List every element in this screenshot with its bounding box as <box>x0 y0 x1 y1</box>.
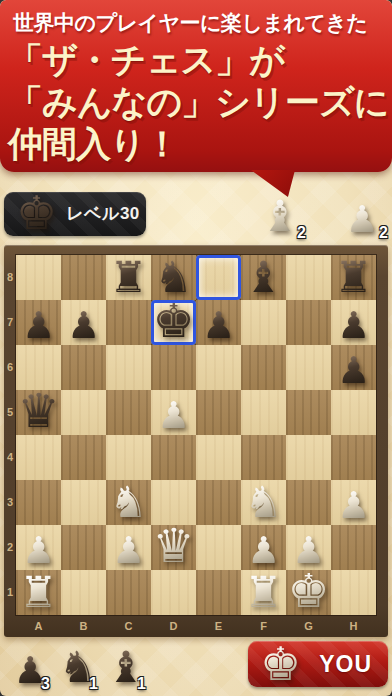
file-label-e: E <box>196 616 241 636</box>
square-b5[interactable] <box>61 390 106 435</box>
square-h4[interactable] <box>331 435 376 480</box>
banner-subtitle: 世界中のプレイヤーに楽しまれてきた <box>13 9 367 37</box>
square-a1[interactable]: ♜ <box>16 570 61 615</box>
square-b8[interactable] <box>61 255 106 300</box>
file-label-d: D <box>151 616 196 636</box>
square-g4[interactable] <box>286 435 331 480</box>
white-pawn-icon: ♟ <box>345 201 378 238</box>
captured-black-pawn: ♟3 <box>8 643 52 691</box>
captured-count: 3 <box>41 675 50 693</box>
square-g7[interactable] <box>286 300 331 345</box>
rank-label-3: 3 <box>4 480 16 525</box>
rank-label-4: 4 <box>4 435 16 480</box>
square-h3[interactable]: ♟ <box>331 480 376 525</box>
square-g1[interactable]: ♚ <box>286 570 331 615</box>
file-label-f: F <box>241 616 286 636</box>
square-b4[interactable] <box>61 435 106 480</box>
captured-count: 2 <box>297 224 306 242</box>
white-bishop-icon: ♝ <box>261 195 300 238</box>
black-rook: ♜ <box>109 256 148 299</box>
white-rook: ♜ <box>244 571 283 614</box>
captured-count: 1 <box>137 675 146 693</box>
player-badge: ♚ YOU <box>248 641 388 687</box>
square-e1[interactable] <box>196 570 241 615</box>
square-f1[interactable]: ♜ <box>241 570 286 615</box>
rank-label-6: 6 <box>4 345 16 390</box>
black-pawn: ♟ <box>22 307 55 344</box>
opponent-level-badge: ♚ レベル30 <box>4 192 146 236</box>
square-b2[interactable] <box>61 525 106 570</box>
square-b7[interactable]: ♟ <box>61 300 106 345</box>
square-f6[interactable] <box>241 345 286 390</box>
captured-white-bishop: ♝2 <box>252 184 308 240</box>
black-pawn: ♟ <box>337 307 370 344</box>
white-rook: ♜ <box>19 571 58 614</box>
square-c5[interactable] <box>106 390 151 435</box>
black-bishop: ♝ <box>244 256 283 299</box>
promo-banner: 世界中のプレイヤーに楽しまれてきた 「ザ・チェス」が 「みんなの」シリーズに 仲… <box>0 0 392 172</box>
white-king-icon: ♚ <box>260 641 301 687</box>
square-a8[interactable] <box>16 255 61 300</box>
square-h1[interactable] <box>331 570 376 615</box>
white-pawn: ♟ <box>112 532 145 569</box>
white-pawn: ♟ <box>247 532 280 569</box>
player-label: YOU <box>319 641 372 687</box>
captured-white-pieces-tray: ♝2♟2 <box>252 184 390 240</box>
white-queen: ♛ <box>152 522 194 569</box>
black-queen: ♛ <box>17 387 59 434</box>
chess-board: 87654321 ABCDEFGH ♜♞♝♜♟♟♚♟♟♟♛♟♞♞♟♟♟♛♟♟♜♜… <box>4 245 388 637</box>
captured-count: 2 <box>379 224 388 242</box>
opponent-level-label: レベル30 <box>66 192 140 236</box>
black-pawn: ♟ <box>67 307 100 344</box>
captured-black-pieces-tray: ♟3♞1♝1 <box>8 643 148 691</box>
square-h6[interactable]: ♟ <box>331 345 376 390</box>
banner-title-line3: 仲間入り！ <box>8 121 179 168</box>
square-f4[interactable] <box>241 435 286 480</box>
square-c6[interactable] <box>106 345 151 390</box>
square-d1[interactable] <box>151 570 196 615</box>
file-label-h: H <box>331 616 376 636</box>
white-pawn: ♟ <box>337 487 370 524</box>
square-d2[interactable]: ♛ <box>151 525 196 570</box>
white-knight: ♞ <box>244 481 283 524</box>
square-b1[interactable] <box>61 570 106 615</box>
square-f7[interactable] <box>241 300 286 345</box>
square-c2[interactable]: ♟ <box>106 525 151 570</box>
square-e6[interactable] <box>196 345 241 390</box>
black-king-icon: ♚ <box>16 190 57 236</box>
square-b3[interactable] <box>61 480 106 525</box>
square-e5[interactable] <box>196 390 241 435</box>
black-king: ♚ <box>152 297 194 344</box>
square-d5[interactable]: ♟ <box>151 390 196 435</box>
square-g8[interactable] <box>286 255 331 300</box>
square-f2[interactable]: ♟ <box>241 525 286 570</box>
square-e7[interactable]: ♟ <box>196 300 241 345</box>
square-h5[interactable] <box>331 390 376 435</box>
square-a4[interactable] <box>16 435 61 480</box>
white-knight: ♞ <box>109 481 148 524</box>
rank-label-8: 8 <box>4 255 16 300</box>
black-rook: ♜ <box>334 256 373 299</box>
rank-label-1: 1 <box>4 570 16 615</box>
black-pawn: ♟ <box>202 307 235 344</box>
captured-white-pawn: ♟2 <box>334 184 390 240</box>
square-d7[interactable]: ♚ <box>151 300 196 345</box>
square-f8[interactable]: ♝ <box>241 255 286 300</box>
white-pawn: ♟ <box>22 532 55 569</box>
square-h2[interactable] <box>331 525 376 570</box>
file-label-g: G <box>286 616 331 636</box>
square-g5[interactable] <box>286 390 331 435</box>
white-king: ♚ <box>287 567 329 614</box>
square-g6[interactable] <box>286 345 331 390</box>
square-g3[interactable] <box>286 480 331 525</box>
square-d4[interactable] <box>151 435 196 480</box>
square-e3[interactable] <box>196 480 241 525</box>
square-h8[interactable]: ♜ <box>331 255 376 300</box>
file-label-a: A <box>16 616 61 636</box>
square-a7[interactable]: ♟ <box>16 300 61 345</box>
banner-title-line2: 「みんなの」シリーズに <box>8 79 389 126</box>
square-h7[interactable]: ♟ <box>331 300 376 345</box>
square-d6[interactable] <box>151 345 196 390</box>
square-e8[interactable] <box>196 255 241 300</box>
square-c3[interactable]: ♞ <box>106 480 151 525</box>
square-e2[interactable] <box>196 525 241 570</box>
rank-label-2: 2 <box>4 525 16 570</box>
square-c4[interactable] <box>106 435 151 480</box>
square-a3[interactable] <box>16 480 61 525</box>
banner-title-line1: 「ザ・チェス」が <box>8 37 284 84</box>
file-label-c: C <box>106 616 151 636</box>
square-a2[interactable]: ♟ <box>16 525 61 570</box>
square-c7[interactable] <box>106 300 151 345</box>
square-c8[interactable]: ♜ <box>106 255 151 300</box>
rank-label-5: 5 <box>4 390 16 435</box>
rank-label-7: 7 <box>4 300 16 345</box>
square-f3[interactable]: ♞ <box>241 480 286 525</box>
black-pawn: ♟ <box>337 352 370 389</box>
captured-count: 1 <box>89 675 98 693</box>
file-label-b: B <box>61 616 106 636</box>
square-a5[interactable]: ♛ <box>16 390 61 435</box>
captured-black-knight: ♞1 <box>56 643 100 691</box>
white-pawn: ♟ <box>157 397 190 434</box>
app-screen: 世界中のプレイヤーに楽しまれてきた 「ザ・チェス」が 「みんなの」シリーズに 仲… <box>0 0 392 696</box>
square-c1[interactable] <box>106 570 151 615</box>
square-f5[interactable] <box>241 390 286 435</box>
square-e4[interactable] <box>196 435 241 480</box>
captured-black-bishop: ♝1 <box>104 643 148 691</box>
square-b6[interactable] <box>61 345 106 390</box>
